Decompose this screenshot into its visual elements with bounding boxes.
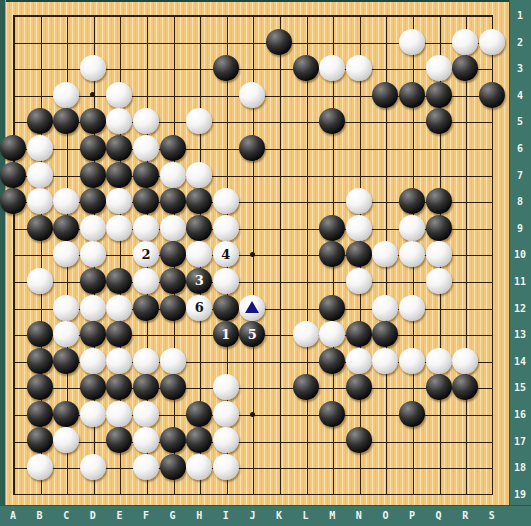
board-cell-N14[interactable]	[345, 347, 372, 374]
board-cell-M17[interactable]	[319, 427, 346, 454]
board-cell-A10[interactable]	[0, 241, 26, 268]
board-cell-I8[interactable]	[212, 188, 239, 215]
board-cell-R18[interactable]	[452, 454, 479, 481]
board-cell-M19[interactable]	[319, 480, 346, 507]
board-cell-I16[interactable]	[212, 401, 239, 428]
board-cell-D3[interactable]	[79, 55, 106, 82]
board-cell-M1[interactable]	[319, 2, 346, 29]
board-cell-M7[interactable]	[319, 161, 346, 188]
board-cell-H13[interactable]	[186, 321, 213, 348]
board-cell-J17[interactable]	[239, 427, 266, 454]
board-cell-A12[interactable]	[0, 294, 26, 321]
board-cell-S6[interactable]	[478, 135, 505, 162]
board-cell-Q17[interactable]	[425, 427, 452, 454]
board-cell-R6[interactable]	[452, 135, 479, 162]
board-cell-M4[interactable]	[319, 81, 346, 108]
board-cell-E7[interactable]	[106, 161, 133, 188]
board-cell-D8[interactable]	[79, 188, 106, 215]
board-cell-A3[interactable]	[0, 55, 26, 82]
board-cell-C13[interactable]	[53, 321, 80, 348]
board-cell-E19[interactable]	[106, 480, 133, 507]
board-cell-R1[interactable]	[452, 2, 479, 29]
board-cell-I5[interactable]	[212, 108, 239, 135]
board-cell-Q13[interactable]	[425, 321, 452, 348]
board-cell-E3[interactable]	[106, 55, 133, 82]
board-cell-L5[interactable]	[292, 108, 319, 135]
board-cell-R8[interactable]	[452, 188, 479, 215]
board-cell-O16[interactable]	[372, 401, 399, 428]
board-cell-K14[interactable]	[266, 347, 293, 374]
board-cell-I17[interactable]	[212, 427, 239, 454]
board-cell-I11[interactable]	[212, 268, 239, 295]
board-cell-F6[interactable]	[133, 135, 160, 162]
board-cell-H19[interactable]	[186, 480, 213, 507]
board-cell-O8[interactable]	[372, 188, 399, 215]
board-cell-K8[interactable]	[266, 188, 293, 215]
board-cell-D13[interactable]	[79, 321, 106, 348]
board-cell-R5[interactable]	[452, 108, 479, 135]
board-cell-M13[interactable]	[319, 321, 346, 348]
board-cell-C12[interactable]	[53, 294, 80, 321]
board-cell-M3[interactable]	[319, 55, 346, 82]
board-cell-L13[interactable]	[292, 321, 319, 348]
board-cell-K3[interactable]	[266, 55, 293, 82]
board-cell-I13[interactable]: 1	[212, 321, 239, 348]
board-cell-H15[interactable]	[186, 374, 213, 401]
board-cell-S11[interactable]	[478, 268, 505, 295]
board-cell-J2[interactable]	[239, 28, 266, 55]
board-cell-D6[interactable]	[79, 135, 106, 162]
board-cell-J7[interactable]	[239, 161, 266, 188]
board-cell-D4[interactable]	[79, 81, 106, 108]
board-cell-F12[interactable]	[133, 294, 160, 321]
board-cell-N15[interactable]	[345, 374, 372, 401]
board-cell-E1[interactable]	[106, 2, 133, 29]
board-cell-P3[interactable]	[399, 55, 426, 82]
board-cell-B9[interactable]	[26, 214, 53, 241]
board-cell-P7[interactable]	[399, 161, 426, 188]
board-cell-B11[interactable]	[26, 268, 53, 295]
board-cell-A14[interactable]	[0, 347, 26, 374]
board-cell-P5[interactable]	[399, 108, 426, 135]
board-cell-C11[interactable]	[53, 268, 80, 295]
board-cell-Q9[interactable]	[425, 214, 452, 241]
board-cell-Q8[interactable]	[425, 188, 452, 215]
board-cell-A5[interactable]	[0, 108, 26, 135]
board-cell-L4[interactable]	[292, 81, 319, 108]
board-cell-B1[interactable]	[26, 2, 53, 29]
board-cell-K5[interactable]	[266, 108, 293, 135]
board-cell-B6[interactable]	[26, 135, 53, 162]
board-cell-M8[interactable]	[319, 188, 346, 215]
board-cell-F5[interactable]	[133, 108, 160, 135]
board-cell-M9[interactable]	[319, 214, 346, 241]
board-cell-G16[interactable]	[159, 401, 186, 428]
board-cell-L3[interactable]	[292, 55, 319, 82]
board-cell-C2[interactable]	[53, 28, 80, 55]
board-cell-Q6[interactable]	[425, 135, 452, 162]
board-cell-P19[interactable]	[399, 480, 426, 507]
board-cell-Q14[interactable]	[425, 347, 452, 374]
board-cell-S8[interactable]	[478, 188, 505, 215]
board-cell-R4[interactable]	[452, 81, 479, 108]
board-cell-A7[interactable]	[0, 161, 26, 188]
board-cell-N6[interactable]	[345, 135, 372, 162]
board-cell-O4[interactable]	[372, 81, 399, 108]
board-cell-F14[interactable]	[133, 347, 160, 374]
board-cell-P6[interactable]	[399, 135, 426, 162]
board-cell-Q4[interactable]	[425, 81, 452, 108]
board-cell-G12[interactable]	[159, 294, 186, 321]
board-cell-N18[interactable]	[345, 454, 372, 481]
board-cell-L7[interactable]	[292, 161, 319, 188]
board-cell-P1[interactable]	[399, 2, 426, 29]
board-cell-B17[interactable]	[26, 427, 53, 454]
board-cell-L19[interactable]	[292, 480, 319, 507]
board-cell-O18[interactable]	[372, 454, 399, 481]
board-cell-L12[interactable]	[292, 294, 319, 321]
board-cell-N16[interactable]	[345, 401, 372, 428]
board-cell-L17[interactable]	[292, 427, 319, 454]
board-cell-S17[interactable]	[478, 427, 505, 454]
board-cell-B2[interactable]	[26, 28, 53, 55]
board-cell-R13[interactable]	[452, 321, 479, 348]
board-cell-H1[interactable]	[186, 2, 213, 29]
board-cell-S19[interactable]	[478, 480, 505, 507]
board-cell-P11[interactable]	[399, 268, 426, 295]
board-cell-H18[interactable]	[186, 454, 213, 481]
board-cell-P8[interactable]	[399, 188, 426, 215]
board-cell-O7[interactable]	[372, 161, 399, 188]
board-cell-Q11[interactable]	[425, 268, 452, 295]
board-cell-M2[interactable]	[319, 28, 346, 55]
board-cell-E12[interactable]	[106, 294, 133, 321]
board-cell-K13[interactable]	[266, 321, 293, 348]
board-cell-G17[interactable]	[159, 427, 186, 454]
board-cell-H14[interactable]	[186, 347, 213, 374]
board-cell-I15[interactable]	[212, 374, 239, 401]
board-cell-D9[interactable]	[79, 214, 106, 241]
board-cell-K19[interactable]	[266, 480, 293, 507]
board-cell-G4[interactable]	[159, 81, 186, 108]
board-cell-S1[interactable]	[478, 2, 505, 29]
board-cell-O6[interactable]	[372, 135, 399, 162]
board-cell-H11[interactable]: 3	[186, 268, 213, 295]
board-cell-N5[interactable]	[345, 108, 372, 135]
board-cell-K9[interactable]	[266, 214, 293, 241]
board-cell-O13[interactable]	[372, 321, 399, 348]
board-cell-L15[interactable]	[292, 374, 319, 401]
board-cell-F15[interactable]	[133, 374, 160, 401]
board-cell-F2[interactable]	[133, 28, 160, 55]
board-cell-P9[interactable]	[399, 214, 426, 241]
board-cell-A4[interactable]	[0, 81, 26, 108]
board-cell-H8[interactable]	[186, 188, 213, 215]
board-cell-Q1[interactable]	[425, 2, 452, 29]
board-cell-O15[interactable]	[372, 374, 399, 401]
board-cell-P17[interactable]	[399, 427, 426, 454]
board-cell-D10[interactable]	[79, 241, 106, 268]
board-cell-M10[interactable]	[319, 241, 346, 268]
board-cell-D17[interactable]	[79, 427, 106, 454]
board-cell-J12[interactable]	[239, 294, 266, 321]
board-cell-N3[interactable]	[345, 55, 372, 82]
board-cell-Q7[interactable]	[425, 161, 452, 188]
board-cell-L18[interactable]	[292, 454, 319, 481]
board-cell-D5[interactable]	[79, 108, 106, 135]
board-cell-Q3[interactable]	[425, 55, 452, 82]
board-cell-A15[interactable]	[0, 374, 26, 401]
board-cell-S12[interactable]	[478, 294, 505, 321]
board-cell-P14[interactable]	[399, 347, 426, 374]
board-cell-I19[interactable]	[212, 480, 239, 507]
board-cell-L11[interactable]	[292, 268, 319, 295]
board-cell-N19[interactable]	[345, 480, 372, 507]
board-cell-B15[interactable]	[26, 374, 53, 401]
board-cell-R3[interactable]	[452, 55, 479, 82]
board-cell-P12[interactable]	[399, 294, 426, 321]
board-cell-N12[interactable]	[345, 294, 372, 321]
board-cell-Q2[interactable]	[425, 28, 452, 55]
board-cell-Q18[interactable]	[425, 454, 452, 481]
board-cell-A6[interactable]	[0, 135, 26, 162]
board-cell-C8[interactable]	[53, 188, 80, 215]
board-cell-N1[interactable]	[345, 2, 372, 29]
board-cell-E13[interactable]	[106, 321, 133, 348]
board-cell-G8[interactable]	[159, 188, 186, 215]
board-cell-R9[interactable]	[452, 214, 479, 241]
board-cell-G13[interactable]	[159, 321, 186, 348]
board-cell-L9[interactable]	[292, 214, 319, 241]
board-cell-K15[interactable]	[266, 374, 293, 401]
board-cell-B13[interactable]	[26, 321, 53, 348]
board-cell-O10[interactable]	[372, 241, 399, 268]
board-cell-O1[interactable]	[372, 2, 399, 29]
board-cell-G2[interactable]	[159, 28, 186, 55]
board-cell-J18[interactable]	[239, 454, 266, 481]
board-cell-P18[interactable]	[399, 454, 426, 481]
board-cell-F13[interactable]	[133, 321, 160, 348]
board-cell-E8[interactable]	[106, 188, 133, 215]
board-cell-F3[interactable]	[133, 55, 160, 82]
board-cell-A9[interactable]	[0, 214, 26, 241]
board-cell-O2[interactable]	[372, 28, 399, 55]
board-cell-J5[interactable]	[239, 108, 266, 135]
board-cell-E16[interactable]	[106, 401, 133, 428]
board-cell-C1[interactable]	[53, 2, 80, 29]
board-cell-L16[interactable]	[292, 401, 319, 428]
board-cell-P4[interactable]	[399, 81, 426, 108]
board-cell-C6[interactable]	[53, 135, 80, 162]
board-cell-H9[interactable]	[186, 214, 213, 241]
board-cell-E4[interactable]	[106, 81, 133, 108]
board-cell-F16[interactable]	[133, 401, 160, 428]
board-cell-R7[interactable]	[452, 161, 479, 188]
board-cell-S10[interactable]	[478, 241, 505, 268]
board-cell-Q19[interactable]	[425, 480, 452, 507]
board-cell-J14[interactable]	[239, 347, 266, 374]
board-cell-O19[interactable]	[372, 480, 399, 507]
board-cell-H2[interactable]	[186, 28, 213, 55]
board-cell-N11[interactable]	[345, 268, 372, 295]
board-cell-O5[interactable]	[372, 108, 399, 135]
board-cell-J16[interactable]	[239, 401, 266, 428]
board-cell-M18[interactable]	[319, 454, 346, 481]
board-cell-R11[interactable]	[452, 268, 479, 295]
board-cell-A17[interactable]	[0, 427, 26, 454]
board-cell-J1[interactable]	[239, 2, 266, 29]
board-cell-D12[interactable]	[79, 294, 106, 321]
board-cell-F10[interactable]: 2	[133, 241, 160, 268]
board-cell-S15[interactable]	[478, 374, 505, 401]
board-cell-J10[interactable]	[239, 241, 266, 268]
board-cell-C19[interactable]	[53, 480, 80, 507]
board-cell-R14[interactable]	[452, 347, 479, 374]
board-cell-C7[interactable]	[53, 161, 80, 188]
board-cell-N13[interactable]	[345, 321, 372, 348]
board-cell-K1[interactable]	[266, 2, 293, 29]
board-cell-B3[interactable]	[26, 55, 53, 82]
board-cell-M6[interactable]	[319, 135, 346, 162]
board-cell-M12[interactable]	[319, 294, 346, 321]
board-cell-L14[interactable]	[292, 347, 319, 374]
board-cell-S5[interactable]	[478, 108, 505, 135]
board-cell-F4[interactable]	[133, 81, 160, 108]
board-cell-G18[interactable]	[159, 454, 186, 481]
board-cell-O9[interactable]	[372, 214, 399, 241]
board-cell-B7[interactable]	[26, 161, 53, 188]
board-cell-J15[interactable]	[239, 374, 266, 401]
board-cell-J9[interactable]	[239, 214, 266, 241]
board-cell-S18[interactable]	[478, 454, 505, 481]
board-cell-J3[interactable]	[239, 55, 266, 82]
board-cell-J13[interactable]: 5	[239, 321, 266, 348]
board-cell-F9[interactable]	[133, 214, 160, 241]
board-cell-B10[interactable]	[26, 241, 53, 268]
board-cell-E6[interactable]	[106, 135, 133, 162]
board-cell-M11[interactable]	[319, 268, 346, 295]
board-cell-B16[interactable]	[26, 401, 53, 428]
board-cell-H4[interactable]	[186, 81, 213, 108]
board-cell-Q15[interactable]	[425, 374, 452, 401]
board-cell-M15[interactable]	[319, 374, 346, 401]
board-cell-F1[interactable]	[133, 2, 160, 29]
board-cell-E10[interactable]	[106, 241, 133, 268]
board-cell-I1[interactable]	[212, 2, 239, 29]
board-cell-E18[interactable]	[106, 454, 133, 481]
board-cell-N2[interactable]	[345, 28, 372, 55]
board-cell-R12[interactable]	[452, 294, 479, 321]
board-cell-S3[interactable]	[478, 55, 505, 82]
board-cell-I9[interactable]	[212, 214, 239, 241]
board-cell-K10[interactable]	[266, 241, 293, 268]
board-cell-K2[interactable]	[266, 28, 293, 55]
board-cell-L6[interactable]	[292, 135, 319, 162]
board-cell-N10[interactable]	[345, 241, 372, 268]
board-cell-Q10[interactable]	[425, 241, 452, 268]
board-cell-H10[interactable]	[186, 241, 213, 268]
board-cell-K18[interactable]	[266, 454, 293, 481]
board-cell-E9[interactable]	[106, 214, 133, 241]
board-cell-B4[interactable]	[26, 81, 53, 108]
board-cell-O17[interactable]	[372, 427, 399, 454]
board-cell-F18[interactable]	[133, 454, 160, 481]
board-cell-S14[interactable]	[478, 347, 505, 374]
board-cell-A16[interactable]	[0, 401, 26, 428]
board-cell-C5[interactable]	[53, 108, 80, 135]
board-cell-M14[interactable]	[319, 347, 346, 374]
board-cell-H6[interactable]	[186, 135, 213, 162]
board-cell-C3[interactable]	[53, 55, 80, 82]
board-cell-C9[interactable]	[53, 214, 80, 241]
board-cell-E14[interactable]	[106, 347, 133, 374]
board-cell-K6[interactable]	[266, 135, 293, 162]
board-cell-R17[interactable]	[452, 427, 479, 454]
board-cell-D15[interactable]	[79, 374, 106, 401]
board-cell-J8[interactable]	[239, 188, 266, 215]
board-cell-A19[interactable]	[0, 480, 26, 507]
board-cell-K17[interactable]	[266, 427, 293, 454]
board-cell-B5[interactable]	[26, 108, 53, 135]
board-cell-B19[interactable]	[26, 480, 53, 507]
board-cell-I10[interactable]: 4	[212, 241, 239, 268]
board-cell-J19[interactable]	[239, 480, 266, 507]
board-cell-S2[interactable]	[478, 28, 505, 55]
board-cell-E11[interactable]	[106, 268, 133, 295]
board-cell-F8[interactable]	[133, 188, 160, 215]
board-cell-H7[interactable]	[186, 161, 213, 188]
board-cell-K11[interactable]	[266, 268, 293, 295]
board-cell-E2[interactable]	[106, 28, 133, 55]
board-cell-B18[interactable]	[26, 454, 53, 481]
board-cell-C4[interactable]	[53, 81, 80, 108]
board-cell-C17[interactable]	[53, 427, 80, 454]
board-cell-R15[interactable]	[452, 374, 479, 401]
board-cell-B12[interactable]	[26, 294, 53, 321]
board-cell-B14[interactable]	[26, 347, 53, 374]
board-cell-J11[interactable]	[239, 268, 266, 295]
board-cell-R2[interactable]	[452, 28, 479, 55]
board-cell-E5[interactable]	[106, 108, 133, 135]
board-cell-K16[interactable]	[266, 401, 293, 428]
board-cell-L1[interactable]	[292, 2, 319, 29]
board-cell-K7[interactable]	[266, 161, 293, 188]
board-cell-A1[interactable]	[0, 2, 26, 29]
board-cell-G10[interactable]	[159, 241, 186, 268]
board-cell-I18[interactable]	[212, 454, 239, 481]
board-cell-D1[interactable]	[79, 2, 106, 29]
board-cell-N4[interactable]	[345, 81, 372, 108]
board-cell-N7[interactable]	[345, 161, 372, 188]
board-cell-D14[interactable]	[79, 347, 106, 374]
board-cell-N9[interactable]	[345, 214, 372, 241]
board-cell-S9[interactable]	[478, 214, 505, 241]
board-cell-R16[interactable]	[452, 401, 479, 428]
board-cell-I3[interactable]	[212, 55, 239, 82]
board-cell-P15[interactable]	[399, 374, 426, 401]
board-cell-A13[interactable]	[0, 321, 26, 348]
board-cell-F11[interactable]	[133, 268, 160, 295]
board-cell-Q16[interactable]	[425, 401, 452, 428]
board-cell-D2[interactable]	[79, 28, 106, 55]
board-cell-G11[interactable]	[159, 268, 186, 295]
board-cell-C16[interactable]	[53, 401, 80, 428]
board-cell-G9[interactable]	[159, 214, 186, 241]
board-cell-J6[interactable]	[239, 135, 266, 162]
board-cell-S4[interactable]	[478, 81, 505, 108]
board-cell-I12[interactable]	[212, 294, 239, 321]
board-cell-A2[interactable]	[0, 28, 26, 55]
